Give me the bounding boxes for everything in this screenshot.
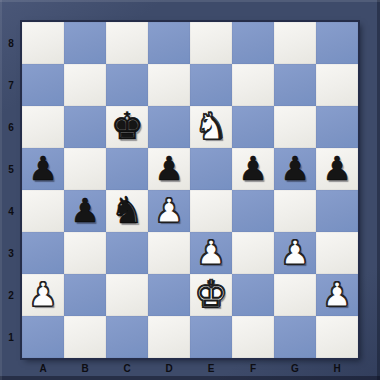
square-e3[interactable]: ♟ [190,232,232,274]
square-a5[interactable]: ♟ [22,148,64,190]
square-f3[interactable] [232,232,274,274]
file-label-f: F [232,358,274,378]
file-label-d: D [148,358,190,378]
square-d8[interactable] [148,22,190,64]
square-e1[interactable] [190,316,232,358]
square-c8[interactable] [106,22,148,64]
square-d6[interactable] [148,106,190,148]
square-h4[interactable] [316,190,358,232]
piece-black-pawn-d5[interactable]: ♟ [148,148,190,190]
square-h3[interactable] [316,232,358,274]
file-label-c: C [106,358,148,378]
square-g5[interactable]: ♟ [274,148,316,190]
square-g3[interactable]: ♟ [274,232,316,274]
square-d4[interactable]: ♟ [148,190,190,232]
square-b6[interactable] [64,106,106,148]
rank-label-6: 6 [0,106,22,148]
square-a2[interactable]: ♟ [22,274,64,316]
square-e2[interactable]: ♚ [190,274,232,316]
piece-white-pawn-d4[interactable]: ♟ [148,190,190,232]
square-f5[interactable]: ♟ [232,148,274,190]
square-c1[interactable] [106,316,148,358]
square-b2[interactable] [64,274,106,316]
square-c3[interactable] [106,232,148,274]
square-g1[interactable] [274,316,316,358]
square-b5[interactable] [64,148,106,190]
square-h7[interactable] [316,64,358,106]
chess-board: ♚♞♟♟♟♟♟♟♞♟♟♟♟♚♟ [22,22,358,358]
piece-white-pawn-g3[interactable]: ♟ [274,232,316,274]
square-g4[interactable] [274,190,316,232]
square-h8[interactable] [316,22,358,64]
square-b4[interactable]: ♟ [64,190,106,232]
square-d3[interactable] [148,232,190,274]
square-c4[interactable]: ♞ [106,190,148,232]
file-label-g: G [274,358,316,378]
file-label-h: H [316,358,358,378]
piece-black-knight-c4[interactable]: ♞ [106,190,148,232]
square-f1[interactable] [232,316,274,358]
square-f6[interactable] [232,106,274,148]
rank-label-1: 1 [0,316,22,358]
rank-label-7: 7 [0,64,22,106]
piece-black-pawn-g5[interactable]: ♟ [274,148,316,190]
piece-white-knight-e6[interactable]: ♞ [190,106,232,148]
square-a7[interactable] [22,64,64,106]
rank-label-8: 8 [0,22,22,64]
square-g8[interactable] [274,22,316,64]
piece-white-pawn-e3[interactable]: ♟ [190,232,232,274]
square-c7[interactable] [106,64,148,106]
square-e8[interactable] [190,22,232,64]
square-d1[interactable] [148,316,190,358]
piece-black-pawn-b4[interactable]: ♟ [64,190,106,232]
square-b8[interactable] [64,22,106,64]
square-f8[interactable] [232,22,274,64]
square-h6[interactable] [316,106,358,148]
square-e5[interactable] [190,148,232,190]
square-b3[interactable] [64,232,106,274]
square-f4[interactable] [232,190,274,232]
square-c5[interactable] [106,148,148,190]
square-a6[interactable] [22,106,64,148]
square-d7[interactable] [148,64,190,106]
piece-black-king-c6[interactable]: ♚ [106,106,148,148]
rank-label-5: 5 [0,148,22,190]
square-a3[interactable] [22,232,64,274]
square-b7[interactable] [64,64,106,106]
square-e6[interactable]: ♞ [190,106,232,148]
square-e7[interactable] [190,64,232,106]
piece-black-pawn-a5[interactable]: ♟ [22,148,64,190]
piece-white-pawn-a2[interactable]: ♟ [22,274,64,316]
square-h1[interactable] [316,316,358,358]
square-g2[interactable] [274,274,316,316]
rank-label-3: 3 [0,232,22,274]
square-h5[interactable]: ♟ [316,148,358,190]
square-g6[interactable] [274,106,316,148]
piece-white-king-e2[interactable]: ♚ [190,274,232,316]
chess-board-frame: ♚♞♟♟♟♟♟♟♞♟♟♟♟♚♟ 87654321ABCDEFGH [0,0,380,380]
file-label-e: E [190,358,232,378]
square-a1[interactable] [22,316,64,358]
square-d5[interactable]: ♟ [148,148,190,190]
square-a8[interactable] [22,22,64,64]
square-c6[interactable]: ♚ [106,106,148,148]
square-e4[interactable] [190,190,232,232]
piece-white-pawn-h2[interactable]: ♟ [316,274,358,316]
square-d2[interactable] [148,274,190,316]
file-label-a: A [22,358,64,378]
rank-label-4: 4 [0,190,22,232]
square-c2[interactable] [106,274,148,316]
rank-label-2: 2 [0,274,22,316]
square-g7[interactable] [274,64,316,106]
square-f2[interactable] [232,274,274,316]
square-b1[interactable] [64,316,106,358]
piece-black-pawn-h5[interactable]: ♟ [316,148,358,190]
square-f7[interactable] [232,64,274,106]
square-h2[interactable]: ♟ [316,274,358,316]
square-a4[interactable] [22,190,64,232]
file-label-b: B [64,358,106,378]
piece-black-pawn-f5[interactable]: ♟ [232,148,274,190]
